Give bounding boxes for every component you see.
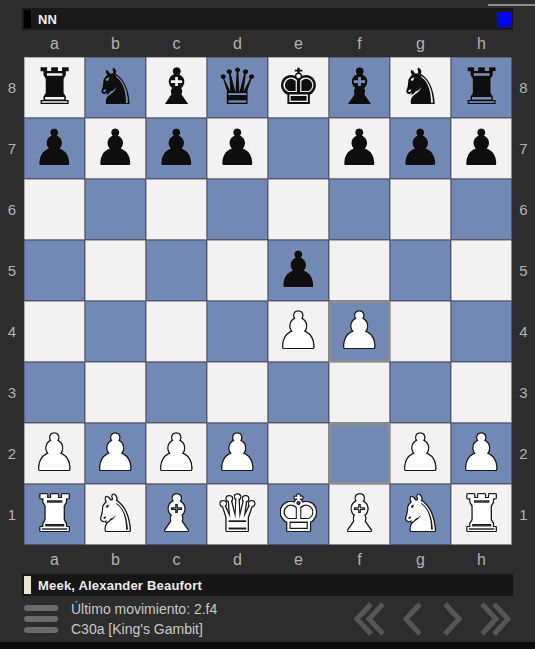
piece-white-pawn: ♟ xyxy=(276,301,321,362)
square-a2[interactable]: ♟ xyxy=(24,423,85,484)
square-h3[interactable] xyxy=(451,362,512,423)
square-e1[interactable]: ♚ xyxy=(268,484,329,545)
piece-black-knight: ♞ xyxy=(398,57,443,118)
piece-black-pawn: ♟ xyxy=(337,118,382,179)
piece-white-queen: ♛ xyxy=(215,484,260,545)
square-g7[interactable]: ♟ xyxy=(390,118,451,179)
square-e7[interactable] xyxy=(268,118,329,179)
piece-black-king: ♚ xyxy=(276,57,321,118)
square-f4[interactable]: ♟ xyxy=(329,301,390,362)
board: ♜♞♝♛♚♝♞♜♟♟♟♟♟♟♟♟♟♟♟♟♟♟♟♟♜♞♝♛♚♝♞♜ xyxy=(24,57,512,545)
piece-black-bishop: ♝ xyxy=(337,57,382,118)
square-a4[interactable] xyxy=(24,301,85,362)
square-h6[interactable] xyxy=(451,179,512,240)
square-f8[interactable]: ♝ xyxy=(329,57,390,118)
rank-label: 6 xyxy=(0,179,24,240)
square-h1[interactable]: ♜ xyxy=(451,484,512,545)
piece-black-rook: ♜ xyxy=(32,57,77,118)
square-g4[interactable] xyxy=(390,301,451,362)
square-c7[interactable]: ♟ xyxy=(146,118,207,179)
rank-label: 5 xyxy=(0,240,24,301)
square-e3[interactable] xyxy=(268,362,329,423)
status-bar: Último movimiento: 2.f4 C30a [King's Gam… xyxy=(0,596,535,642)
square-h4[interactable] xyxy=(451,301,512,362)
rank-label: 8 xyxy=(0,57,24,118)
file-label: e xyxy=(268,30,329,57)
piece-white-bishop: ♝ xyxy=(337,484,382,545)
square-g6[interactable] xyxy=(390,179,451,240)
square-h2[interactable]: ♟ xyxy=(451,423,512,484)
rank-label: 2 xyxy=(512,423,535,484)
rank-label: 1 xyxy=(512,484,535,545)
file-label: b xyxy=(85,30,146,57)
piece-white-rook: ♜ xyxy=(459,484,504,545)
square-b3[interactable] xyxy=(85,362,146,423)
file-label: c xyxy=(146,545,207,574)
rank-label: 8 xyxy=(512,57,535,118)
rank-label: 6 xyxy=(512,179,535,240)
square-b8[interactable]: ♞ xyxy=(85,57,146,118)
nav-first-button[interactable] xyxy=(352,602,388,636)
square-e2[interactable] xyxy=(268,423,329,484)
file-label: f xyxy=(329,30,390,57)
piece-black-queen: ♛ xyxy=(215,57,260,118)
piece-white-pawn: ♟ xyxy=(32,423,77,484)
square-f3[interactable] xyxy=(329,362,390,423)
rank-labels-right: 87654321 xyxy=(512,57,535,545)
square-h7[interactable]: ♟ xyxy=(451,118,512,179)
square-e6[interactable] xyxy=(268,179,329,240)
square-d8[interactable]: ♛ xyxy=(207,57,268,118)
square-d4[interactable] xyxy=(207,301,268,362)
piece-white-pawn: ♟ xyxy=(215,423,260,484)
bottom-strip xyxy=(0,642,535,649)
file-label: e xyxy=(268,545,329,574)
square-a8[interactable]: ♜ xyxy=(24,57,85,118)
square-a6[interactable] xyxy=(24,179,85,240)
square-d6[interactable] xyxy=(207,179,268,240)
file-label: c xyxy=(146,30,207,57)
piece-white-rook: ♜ xyxy=(32,484,77,545)
piece-black-pawn: ♟ xyxy=(276,240,321,301)
square-g1[interactable]: ♞ xyxy=(390,484,451,545)
file-labels-bottom: abcdefgh xyxy=(24,545,512,574)
skip-to-start-icon xyxy=(352,602,388,636)
hamburger-bar xyxy=(24,627,58,633)
to-move-indicator xyxy=(497,12,512,27)
rank-label: 2 xyxy=(0,423,24,484)
square-f1[interactable]: ♝ xyxy=(329,484,390,545)
square-f5[interactable] xyxy=(329,240,390,301)
rank-label: 4 xyxy=(512,301,535,362)
black-player-name: NN xyxy=(38,12,57,27)
rank-label: 7 xyxy=(0,118,24,179)
white-player-bar: Meek, Alexander Beaufort xyxy=(22,574,513,596)
square-c2[interactable]: ♟ xyxy=(146,423,207,484)
black-color-indicator xyxy=(24,10,31,28)
square-c4[interactable] xyxy=(146,301,207,362)
file-label: d xyxy=(207,545,268,574)
square-b4[interactable] xyxy=(85,301,146,362)
file-label: a xyxy=(24,30,85,57)
chess-app-window: NN abcdefgh 87654321 ♜♞♝♛♚♝♞♜♟♟♟♟♟♟♟♟♟♟♟… xyxy=(0,0,535,649)
rank-label: 3 xyxy=(0,362,24,423)
piece-black-pawn: ♟ xyxy=(154,118,199,179)
square-g5[interactable] xyxy=(390,240,451,301)
file-label: d xyxy=(207,30,268,57)
piece-white-pawn: ♟ xyxy=(154,423,199,484)
file-label: f xyxy=(329,545,390,574)
next-move-icon xyxy=(439,602,464,636)
status-text: Último movimiento: 2.f4 C30a [King's Gam… xyxy=(71,599,217,639)
rank-labels-left: 87654321 xyxy=(0,57,24,545)
nav-next-button[interactable] xyxy=(439,602,464,636)
square-d5[interactable] xyxy=(207,240,268,301)
piece-white-pawn: ♟ xyxy=(337,301,382,362)
rank-label: 5 xyxy=(512,240,535,301)
file-label: h xyxy=(451,545,512,574)
square-a1[interactable]: ♜ xyxy=(24,484,85,545)
file-label: b xyxy=(85,545,146,574)
file-labels-top: abcdefgh xyxy=(24,30,512,57)
square-h5[interactable] xyxy=(451,240,512,301)
piece-black-bishop: ♝ xyxy=(154,57,199,118)
piece-black-pawn: ♟ xyxy=(93,118,138,179)
piece-white-king: ♚ xyxy=(276,484,321,545)
white-color-indicator xyxy=(24,576,31,594)
piece-black-pawn: ♟ xyxy=(398,118,443,179)
square-e4[interactable]: ♟ xyxy=(268,301,329,362)
nav-last-button[interactable] xyxy=(477,602,513,636)
hamburger-menu-icon[interactable] xyxy=(24,605,58,633)
window-edge-line xyxy=(488,4,535,6)
square-d1[interactable]: ♛ xyxy=(207,484,268,545)
piece-black-pawn: ♟ xyxy=(459,118,504,179)
rank-label: 1 xyxy=(0,484,24,545)
square-c1[interactable]: ♝ xyxy=(146,484,207,545)
piece-black-rook: ♜ xyxy=(459,57,504,118)
rank-label: 4 xyxy=(0,301,24,362)
black-player-bar: NN xyxy=(22,8,513,30)
piece-white-knight: ♞ xyxy=(93,484,138,545)
square-f7[interactable]: ♟ xyxy=(329,118,390,179)
file-label: g xyxy=(390,545,451,574)
hamburger-bar xyxy=(24,616,58,622)
nav-prev-button[interactable] xyxy=(401,602,426,636)
square-c8[interactable]: ♝ xyxy=(146,57,207,118)
move-navigation xyxy=(352,602,513,636)
rank-label: 7 xyxy=(512,118,535,179)
square-a5[interactable] xyxy=(24,240,85,301)
previous-move-icon xyxy=(401,602,426,636)
square-d3[interactable] xyxy=(207,362,268,423)
file-label: g xyxy=(390,30,451,57)
piece-black-pawn: ♟ xyxy=(32,118,77,179)
square-e5[interactable]: ♟ xyxy=(268,240,329,301)
square-f2[interactable] xyxy=(329,423,390,484)
square-g3[interactable] xyxy=(390,362,451,423)
piece-black-knight: ♞ xyxy=(93,57,138,118)
square-b7[interactable]: ♟ xyxy=(85,118,146,179)
square-c6[interactable] xyxy=(146,179,207,240)
square-b5[interactable] xyxy=(85,240,146,301)
piece-white-pawn: ♟ xyxy=(93,423,138,484)
square-f6[interactable] xyxy=(329,179,390,240)
piece-black-pawn: ♟ xyxy=(215,118,260,179)
skip-to-end-icon xyxy=(477,602,513,636)
file-label: h xyxy=(451,30,512,57)
piece-white-pawn: ♟ xyxy=(459,423,504,484)
white-player-name: Meek, Alexander Beaufort xyxy=(38,578,202,593)
file-label: a xyxy=(24,545,85,574)
piece-white-knight: ♞ xyxy=(398,484,443,545)
square-a7[interactable]: ♟ xyxy=(24,118,85,179)
square-d7[interactable]: ♟ xyxy=(207,118,268,179)
opening-text: C30a [King's Gambit] xyxy=(71,619,217,639)
square-b2[interactable]: ♟ xyxy=(85,423,146,484)
piece-white-pawn: ♟ xyxy=(398,423,443,484)
square-h8[interactable]: ♜ xyxy=(451,57,512,118)
square-d2[interactable]: ♟ xyxy=(207,423,268,484)
square-g2[interactable]: ♟ xyxy=(390,423,451,484)
hamburger-bar xyxy=(24,605,58,611)
square-e8[interactable]: ♚ xyxy=(268,57,329,118)
square-b6[interactable] xyxy=(85,179,146,240)
square-c5[interactable] xyxy=(146,240,207,301)
square-a3[interactable] xyxy=(24,362,85,423)
square-c3[interactable] xyxy=(146,362,207,423)
square-g8[interactable]: ♞ xyxy=(390,57,451,118)
square-b1[interactable]: ♞ xyxy=(85,484,146,545)
piece-white-bishop: ♝ xyxy=(154,484,199,545)
last-move-text: Último movimiento: 2.f4 xyxy=(71,599,217,619)
rank-label: 3 xyxy=(512,362,535,423)
